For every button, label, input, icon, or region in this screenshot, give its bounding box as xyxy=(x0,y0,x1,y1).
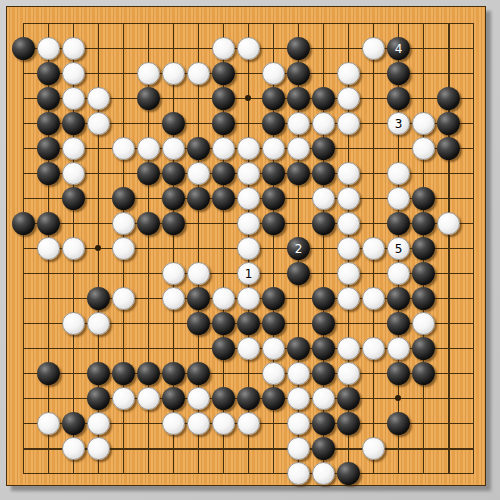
board-intersection[interactable]: 5 xyxy=(386,236,411,261)
board-intersection[interactable] xyxy=(361,11,386,36)
board-intersection[interactable] xyxy=(461,311,486,336)
board-intersection[interactable] xyxy=(61,411,86,436)
board-intersection[interactable] xyxy=(436,136,461,161)
black-stone[interactable] xyxy=(212,62,235,85)
board-intersection[interactable] xyxy=(261,461,286,486)
board-intersection[interactable] xyxy=(136,136,161,161)
white-stone[interactable] xyxy=(37,412,60,435)
black-stone[interactable] xyxy=(37,162,60,185)
black-stone[interactable] xyxy=(212,337,235,360)
board-intersection[interactable] xyxy=(161,11,186,36)
black-stone[interactable] xyxy=(387,287,410,310)
white-stone[interactable] xyxy=(162,287,185,310)
board-intersection[interactable] xyxy=(186,286,211,311)
black-stone[interactable] xyxy=(112,362,135,385)
board-intersection[interactable] xyxy=(361,86,386,111)
white-stone[interactable] xyxy=(162,262,185,285)
board-intersection[interactable] xyxy=(86,61,111,86)
board-intersection[interactable] xyxy=(61,36,86,61)
board-intersection[interactable] xyxy=(36,161,61,186)
board-intersection[interactable] xyxy=(161,111,186,136)
board-intersection[interactable] xyxy=(361,336,386,361)
board-intersection[interactable] xyxy=(11,411,36,436)
black-stone[interactable] xyxy=(262,112,285,135)
white-stone[interactable] xyxy=(187,62,210,85)
board-intersection[interactable] xyxy=(336,11,361,36)
white-stone[interactable] xyxy=(112,387,135,410)
white-stone[interactable] xyxy=(162,62,185,85)
white-stone[interactable] xyxy=(312,112,335,135)
board-intersection[interactable] xyxy=(461,11,486,36)
board-intersection[interactable] xyxy=(136,61,161,86)
board-intersection[interactable] xyxy=(311,11,336,36)
board-intersection[interactable] xyxy=(36,236,61,261)
white-stone[interactable] xyxy=(337,187,360,210)
white-stone[interactable] xyxy=(412,137,435,160)
board-intersection[interactable] xyxy=(36,61,61,86)
board-intersection[interactable] xyxy=(311,136,336,161)
board-intersection[interactable] xyxy=(311,311,336,336)
black-stone[interactable] xyxy=(312,412,335,435)
white-stone[interactable] xyxy=(112,137,135,160)
board-intersection[interactable] xyxy=(461,286,486,311)
white-stone[interactable] xyxy=(387,187,410,210)
white-stone[interactable] xyxy=(337,162,360,185)
board-intersection[interactable] xyxy=(61,311,86,336)
board-intersection[interactable] xyxy=(136,386,161,411)
board-intersection[interactable] xyxy=(386,161,411,186)
board-intersection[interactable] xyxy=(311,361,336,386)
board-intersection[interactable] xyxy=(111,436,136,461)
board-intersection[interactable] xyxy=(311,211,336,236)
board-intersection[interactable] xyxy=(336,36,361,61)
black-stone[interactable] xyxy=(87,287,110,310)
board-intersection[interactable] xyxy=(161,186,186,211)
board-intersection[interactable] xyxy=(11,211,36,236)
board-intersection[interactable] xyxy=(336,461,361,486)
board-intersection[interactable] xyxy=(36,361,61,386)
board-intersection[interactable] xyxy=(336,411,361,436)
board-intersection[interactable] xyxy=(386,211,411,236)
board-intersection[interactable] xyxy=(161,136,186,161)
board-intersection[interactable] xyxy=(236,311,261,336)
board-intersection[interactable] xyxy=(111,386,136,411)
board-intersection[interactable] xyxy=(386,136,411,161)
black-stone[interactable] xyxy=(262,312,285,335)
board-intersection[interactable] xyxy=(436,161,461,186)
black-stone[interactable] xyxy=(412,362,435,385)
black-stone[interactable] xyxy=(437,112,460,135)
board-intersection[interactable] xyxy=(111,86,136,111)
board-intersection[interactable] xyxy=(311,261,336,286)
board-intersection[interactable] xyxy=(436,386,461,411)
board-intersection[interactable] xyxy=(336,111,361,136)
board-intersection[interactable] xyxy=(111,11,136,36)
white-stone[interactable] xyxy=(212,287,235,310)
board-intersection[interactable] xyxy=(61,436,86,461)
board-intersection[interactable] xyxy=(111,161,136,186)
white-stone[interactable] xyxy=(237,162,260,185)
board-intersection[interactable] xyxy=(111,136,136,161)
board-intersection[interactable] xyxy=(36,336,61,361)
board-intersection[interactable] xyxy=(336,61,361,86)
board-intersection[interactable] xyxy=(186,461,211,486)
board-intersection[interactable] xyxy=(386,261,411,286)
board-intersection[interactable] xyxy=(261,161,286,186)
board-intersection[interactable] xyxy=(286,111,311,136)
board-intersection[interactable] xyxy=(111,261,136,286)
white-stone[interactable]: 1 xyxy=(237,262,260,285)
board-intersection[interactable] xyxy=(61,11,86,36)
board-intersection[interactable] xyxy=(11,361,36,386)
black-stone[interactable] xyxy=(337,412,360,435)
board-intersection[interactable] xyxy=(411,236,436,261)
board-intersection[interactable] xyxy=(211,386,236,411)
board-intersection[interactable] xyxy=(461,436,486,461)
white-stone[interactable] xyxy=(437,212,460,235)
board-intersection[interactable] xyxy=(461,261,486,286)
black-stone[interactable] xyxy=(137,87,160,110)
white-stone[interactable] xyxy=(187,412,210,435)
board-intersection[interactable] xyxy=(11,36,36,61)
white-stone[interactable] xyxy=(337,62,360,85)
board-intersection[interactable] xyxy=(411,261,436,286)
board-intersection[interactable] xyxy=(36,11,61,36)
white-stone[interactable] xyxy=(237,337,260,360)
white-stone[interactable] xyxy=(237,412,260,435)
black-stone[interactable] xyxy=(262,187,285,210)
black-stone[interactable] xyxy=(37,362,60,385)
black-stone[interactable] xyxy=(287,162,310,185)
board-intersection[interactable] xyxy=(86,211,111,236)
board-intersection[interactable] xyxy=(286,86,311,111)
black-stone[interactable] xyxy=(162,162,185,185)
board-intersection[interactable] xyxy=(61,461,86,486)
black-stone[interactable] xyxy=(312,312,335,335)
white-stone[interactable] xyxy=(362,237,385,260)
board-intersection[interactable] xyxy=(86,336,111,361)
black-stone[interactable] xyxy=(37,212,60,235)
board-intersection[interactable] xyxy=(186,436,211,461)
board-intersection[interactable]: 2 xyxy=(286,236,311,261)
white-stone[interactable] xyxy=(362,437,385,460)
board-intersection[interactable] xyxy=(136,236,161,261)
board-intersection[interactable] xyxy=(86,461,111,486)
white-stone[interactable] xyxy=(62,237,85,260)
board-intersection[interactable] xyxy=(136,186,161,211)
board-intersection[interactable] xyxy=(136,411,161,436)
black-stone[interactable] xyxy=(312,337,335,360)
board-intersection[interactable] xyxy=(461,461,486,486)
board-intersection[interactable] xyxy=(161,36,186,61)
board-intersection[interactable] xyxy=(186,61,211,86)
board-intersection[interactable] xyxy=(436,86,461,111)
board-intersection[interactable] xyxy=(336,261,361,286)
board-intersection[interactable] xyxy=(11,111,36,136)
board-intersection[interactable] xyxy=(211,61,236,86)
board-intersection[interactable] xyxy=(411,411,436,436)
board-intersection[interactable] xyxy=(386,361,411,386)
board-intersection[interactable] xyxy=(311,411,336,436)
board-intersection[interactable] xyxy=(11,261,36,286)
board-intersection[interactable] xyxy=(111,236,136,261)
white-stone[interactable]: 3 xyxy=(387,112,410,135)
black-stone[interactable] xyxy=(312,162,335,185)
board-intersection[interactable] xyxy=(61,261,86,286)
black-stone[interactable] xyxy=(112,187,135,210)
board-intersection[interactable] xyxy=(436,361,461,386)
black-stone[interactable] xyxy=(287,62,310,85)
board-intersection[interactable] xyxy=(236,186,261,211)
board-intersection[interactable] xyxy=(11,236,36,261)
board-intersection[interactable] xyxy=(86,161,111,186)
white-stone[interactable] xyxy=(162,137,185,160)
board-intersection[interactable] xyxy=(36,186,61,211)
black-stone[interactable] xyxy=(287,87,310,110)
white-stone[interactable] xyxy=(287,387,310,410)
board-intersection[interactable] xyxy=(436,286,461,311)
white-stone[interactable] xyxy=(62,87,85,110)
board-intersection[interactable] xyxy=(261,136,286,161)
board-intersection[interactable] xyxy=(11,336,36,361)
board-intersection[interactable] xyxy=(236,286,261,311)
black-stone[interactable] xyxy=(162,212,185,235)
white-stone[interactable] xyxy=(387,262,410,285)
black-stone[interactable] xyxy=(312,437,335,460)
board-intersection[interactable] xyxy=(61,186,86,211)
board-intersection[interactable] xyxy=(436,236,461,261)
white-stone[interactable] xyxy=(262,362,285,385)
board-intersection[interactable] xyxy=(161,86,186,111)
board-intersection[interactable] xyxy=(336,186,361,211)
board-intersection[interactable] xyxy=(136,436,161,461)
board-intersection[interactable] xyxy=(36,286,61,311)
black-stone[interactable] xyxy=(387,362,410,385)
board-intersection[interactable] xyxy=(336,336,361,361)
board-intersection[interactable] xyxy=(111,211,136,236)
board-intersection[interactable] xyxy=(36,411,61,436)
board-intersection[interactable] xyxy=(311,61,336,86)
black-stone[interactable] xyxy=(137,212,160,235)
board-intersection[interactable] xyxy=(161,436,186,461)
board-intersection[interactable] xyxy=(361,386,386,411)
black-stone[interactable] xyxy=(162,362,185,385)
board-intersection[interactable] xyxy=(261,111,286,136)
board-intersection[interactable] xyxy=(161,61,186,86)
board-intersection[interactable] xyxy=(36,386,61,411)
black-stone[interactable] xyxy=(287,262,310,285)
board-intersection[interactable] xyxy=(161,211,186,236)
board-intersection[interactable] xyxy=(436,11,461,36)
board-intersection[interactable] xyxy=(311,436,336,461)
white-stone[interactable] xyxy=(112,212,135,235)
board-intersection[interactable] xyxy=(386,186,411,211)
board-intersection[interactable] xyxy=(186,236,211,261)
board-intersection[interactable] xyxy=(211,111,236,136)
white-stone[interactable] xyxy=(287,112,310,135)
board-intersection[interactable]: 4 xyxy=(386,36,411,61)
board-intersection[interactable] xyxy=(161,311,186,336)
board-intersection[interactable] xyxy=(436,311,461,336)
board-intersection[interactable] xyxy=(336,211,361,236)
board-intersection[interactable] xyxy=(286,411,311,436)
black-stone[interactable] xyxy=(412,212,435,235)
white-stone[interactable] xyxy=(337,287,360,310)
board-intersection[interactable] xyxy=(11,436,36,461)
black-stone[interactable] xyxy=(187,187,210,210)
black-stone[interactable] xyxy=(87,362,110,385)
board-intersection[interactable] xyxy=(186,311,211,336)
board-intersection[interactable] xyxy=(386,411,411,436)
board-intersection[interactable] xyxy=(386,11,411,36)
board-intersection[interactable] xyxy=(436,261,461,286)
white-stone[interactable] xyxy=(87,112,110,135)
board-intersection[interactable] xyxy=(411,286,436,311)
board-intersection[interactable] xyxy=(286,336,311,361)
board-intersection[interactable] xyxy=(236,386,261,411)
board-intersection[interactable] xyxy=(436,411,461,436)
white-stone[interactable] xyxy=(337,237,360,260)
board-intersection[interactable] xyxy=(411,211,436,236)
board-intersection[interactable] xyxy=(311,286,336,311)
black-stone[interactable] xyxy=(212,87,235,110)
board-intersection[interactable] xyxy=(11,11,36,36)
board-intersection[interactable] xyxy=(111,336,136,361)
board-intersection[interactable] xyxy=(336,136,361,161)
board-intersection[interactable] xyxy=(386,386,411,411)
board-intersection[interactable] xyxy=(211,336,236,361)
white-stone[interactable] xyxy=(137,62,160,85)
board-intersection[interactable] xyxy=(136,361,161,386)
board-intersection[interactable] xyxy=(211,361,236,386)
board-intersection[interactable] xyxy=(61,136,86,161)
white-stone[interactable] xyxy=(237,37,260,60)
board-intersection[interactable] xyxy=(261,36,286,61)
black-stone[interactable] xyxy=(187,312,210,335)
black-stone[interactable] xyxy=(287,37,310,60)
board-intersection[interactable] xyxy=(61,111,86,136)
board-intersection[interactable] xyxy=(11,311,36,336)
black-stone[interactable] xyxy=(262,87,285,110)
board-intersection[interactable] xyxy=(211,311,236,336)
board-intersection[interactable] xyxy=(36,211,61,236)
board-intersection[interactable] xyxy=(61,236,86,261)
board-intersection[interactable] xyxy=(11,386,36,411)
white-stone[interactable] xyxy=(362,287,385,310)
board-intersection[interactable] xyxy=(386,286,411,311)
board-intersection[interactable] xyxy=(411,311,436,336)
board-intersection[interactable] xyxy=(11,161,36,186)
board-intersection[interactable] xyxy=(211,461,236,486)
black-stone[interactable] xyxy=(437,137,460,160)
board-intersection[interactable] xyxy=(161,261,186,286)
white-stone[interactable] xyxy=(187,387,210,410)
board-intersection[interactable] xyxy=(361,161,386,186)
white-stone[interactable] xyxy=(62,312,85,335)
board-intersection[interactable] xyxy=(86,361,111,386)
board-intersection[interactable] xyxy=(36,436,61,461)
white-stone[interactable] xyxy=(87,312,110,335)
board-intersection[interactable] xyxy=(186,136,211,161)
white-stone[interactable]: 5 xyxy=(387,237,410,260)
board-intersection[interactable] xyxy=(61,61,86,86)
board-intersection[interactable] xyxy=(386,461,411,486)
board-intersection[interactable] xyxy=(411,186,436,211)
board-intersection[interactable] xyxy=(311,336,336,361)
black-stone[interactable] xyxy=(412,337,435,360)
board-intersection[interactable] xyxy=(261,11,286,36)
board-intersection[interactable] xyxy=(436,336,461,361)
board-intersection[interactable] xyxy=(161,286,186,311)
board-intersection[interactable] xyxy=(311,386,336,411)
board-intersection[interactable] xyxy=(111,311,136,336)
board-intersection[interactable] xyxy=(261,86,286,111)
board-intersection[interactable] xyxy=(211,436,236,461)
board-intersection[interactable] xyxy=(336,361,361,386)
white-stone[interactable] xyxy=(37,37,60,60)
board-intersection[interactable] xyxy=(236,411,261,436)
board-intersection[interactable] xyxy=(361,411,386,436)
board-intersection[interactable] xyxy=(136,36,161,61)
white-stone[interactable] xyxy=(387,162,410,185)
board-intersection[interactable] xyxy=(411,436,436,461)
board-intersection[interactable] xyxy=(61,211,86,236)
white-stone[interactable] xyxy=(262,337,285,360)
board-intersection[interactable] xyxy=(11,61,36,86)
black-stone[interactable] xyxy=(412,187,435,210)
board-intersection[interactable] xyxy=(211,36,236,61)
board-intersection[interactable] xyxy=(111,111,136,136)
black-stone[interactable] xyxy=(387,312,410,335)
board-intersection[interactable] xyxy=(386,86,411,111)
white-stone[interactable] xyxy=(262,62,285,85)
board-intersection[interactable] xyxy=(361,261,386,286)
board-intersection[interactable] xyxy=(86,386,111,411)
white-stone[interactable] xyxy=(362,37,385,60)
board-intersection[interactable] xyxy=(461,211,486,236)
board-intersection[interactable] xyxy=(261,236,286,261)
board-intersection[interactable] xyxy=(136,311,161,336)
board-intersection[interactable] xyxy=(311,111,336,136)
white-stone[interactable] xyxy=(287,437,310,460)
white-stone[interactable] xyxy=(412,112,435,135)
board-intersection[interactable] xyxy=(261,186,286,211)
board-intersection[interactable] xyxy=(236,336,261,361)
black-stone[interactable] xyxy=(312,87,335,110)
board-intersection[interactable] xyxy=(86,36,111,61)
board-intersection[interactable] xyxy=(161,386,186,411)
board-intersection[interactable] xyxy=(461,61,486,86)
board-intersection[interactable] xyxy=(111,461,136,486)
board-intersection[interactable] xyxy=(336,86,361,111)
board-intersection[interactable] xyxy=(311,461,336,486)
board-intersection[interactable] xyxy=(61,336,86,361)
board-intersection[interactable] xyxy=(336,236,361,261)
board-intersection[interactable] xyxy=(361,111,386,136)
board-intersection[interactable] xyxy=(61,386,86,411)
board-intersection[interactable] xyxy=(161,161,186,186)
board-intersection[interactable] xyxy=(411,61,436,86)
board-intersection[interactable] xyxy=(86,11,111,36)
board-intersection[interactable] xyxy=(261,411,286,436)
board-intersection[interactable] xyxy=(86,411,111,436)
board-intersection[interactable] xyxy=(136,286,161,311)
white-stone[interactable] xyxy=(237,137,260,160)
white-stone[interactable] xyxy=(212,37,235,60)
board-intersection[interactable] xyxy=(361,61,386,86)
black-stone[interactable] xyxy=(212,162,235,185)
black-stone[interactable] xyxy=(137,362,160,385)
